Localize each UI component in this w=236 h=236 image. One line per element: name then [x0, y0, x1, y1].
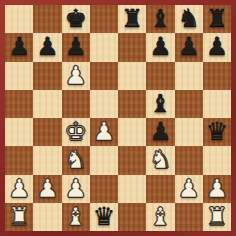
square-g6[interactable]: [175, 62, 203, 90]
square-d7[interactable]: [90, 33, 118, 61]
square-e4[interactable]: [118, 118, 146, 146]
piece-white-king-c4[interactable]: ♚: [64, 118, 86, 146]
square-h1[interactable]: ♜: [203, 203, 231, 231]
piece-white-pawn-h2[interactable]: ♟: [206, 175, 228, 203]
piece-white-knight-c3[interactable]: ♞: [64, 146, 86, 174]
square-a3[interactable]: [5, 146, 33, 174]
piece-white-pawn-d4[interactable]: ♟: [93, 118, 115, 146]
piece-white-pawn-b2[interactable]: ♟: [36, 175, 58, 203]
piece-black-pawn-a7[interactable]: ♟: [8, 33, 30, 61]
square-f7[interactable]: ♟: [146, 33, 174, 61]
square-f2[interactable]: [146, 175, 174, 203]
square-e1[interactable]: [118, 203, 146, 231]
piece-black-knight-g8[interactable]: ♞: [177, 5, 199, 33]
piece-black-king-c8[interactable]: ♚: [64, 5, 86, 33]
piece-black-rook-e8[interactable]: ♜: [121, 5, 143, 33]
square-c2[interactable]: ♟: [62, 175, 90, 203]
square-h6[interactable]: [203, 62, 231, 90]
piece-black-rook-h8[interactable]: ♜: [206, 5, 228, 33]
square-c4[interactable]: ♚: [62, 118, 90, 146]
square-d2[interactable]: [90, 175, 118, 203]
square-a2[interactable]: ♟: [5, 175, 33, 203]
chess-board: ♚♜♝♞♜♟♟♟♟♟♟♟♝♚♟♟♛♞♞♟♟♟♟♟♜♝♛♝♜: [5, 5, 231, 231]
square-d4[interactable]: ♟: [90, 118, 118, 146]
square-c7[interactable]: ♟: [62, 33, 90, 61]
piece-white-knight-f3[interactable]: ♞: [149, 146, 171, 174]
piece-white-rook-h1[interactable]: ♜: [206, 203, 228, 231]
square-h5[interactable]: [203, 90, 231, 118]
square-a6[interactable]: [5, 62, 33, 90]
piece-black-pawn-c7[interactable]: ♟: [64, 33, 86, 61]
square-g8[interactable]: ♞: [175, 5, 203, 33]
square-a7[interactable]: ♟: [5, 33, 33, 61]
square-f8[interactable]: ♝: [146, 5, 174, 33]
square-e3[interactable]: [118, 146, 146, 174]
square-f1[interactable]: ♝: [146, 203, 174, 231]
chess-board-frame: ♚♜♝♞♜♟♟♟♟♟♟♟♝♚♟♟♛♞♞♟♟♟♟♟♜♝♛♝♜: [0, 0, 236, 236]
square-c5[interactable]: [62, 90, 90, 118]
square-c3[interactable]: ♞: [62, 146, 90, 174]
square-d1[interactable]: ♛: [90, 203, 118, 231]
square-d5[interactable]: [90, 90, 118, 118]
square-e6[interactable]: [118, 62, 146, 90]
piece-white-bishop-f1[interactable]: ♝: [149, 203, 171, 231]
square-b4[interactable]: [33, 118, 61, 146]
square-a8[interactable]: [5, 5, 33, 33]
square-a1[interactable]: ♜: [5, 203, 33, 231]
square-f4[interactable]: ♟: [146, 118, 174, 146]
piece-black-bishop-f8[interactable]: ♝: [149, 5, 171, 33]
square-a4[interactable]: [5, 118, 33, 146]
square-c8[interactable]: ♚: [62, 5, 90, 33]
piece-black-queen-h4[interactable]: ♛: [206, 118, 228, 146]
square-h4[interactable]: ♛: [203, 118, 231, 146]
square-a5[interactable]: [5, 90, 33, 118]
square-b5[interactable]: [33, 90, 61, 118]
piece-white-pawn-c2[interactable]: ♟: [64, 175, 86, 203]
square-d8[interactable]: [90, 5, 118, 33]
square-b7[interactable]: ♟: [33, 33, 61, 61]
piece-black-pawn-f7[interactable]: ♟: [149, 33, 171, 61]
square-d6[interactable]: [90, 62, 118, 90]
square-e5[interactable]: [118, 90, 146, 118]
square-h2[interactable]: ♟: [203, 175, 231, 203]
square-h8[interactable]: ♜: [203, 5, 231, 33]
square-e2[interactable]: [118, 175, 146, 203]
square-g4[interactable]: [175, 118, 203, 146]
square-b3[interactable]: [33, 146, 61, 174]
piece-black-bishop-f5[interactable]: ♝: [149, 90, 171, 118]
square-f6[interactable]: [146, 62, 174, 90]
piece-white-pawn-g2[interactable]: ♟: [177, 175, 199, 203]
piece-white-rook-a1[interactable]: ♜: [8, 203, 30, 231]
square-b6[interactable]: [33, 62, 61, 90]
square-e8[interactable]: ♜: [118, 5, 146, 33]
piece-black-pawn-g7[interactable]: ♟: [177, 33, 199, 61]
piece-white-bishop-c1[interactable]: ♝: [64, 203, 86, 231]
square-h7[interactable]: ♟: [203, 33, 231, 61]
square-b2[interactable]: ♟: [33, 175, 61, 203]
square-g2[interactable]: ♟: [175, 175, 203, 203]
square-g5[interactable]: [175, 90, 203, 118]
square-g3[interactable]: [175, 146, 203, 174]
square-h3[interactable]: [203, 146, 231, 174]
square-c6[interactable]: ♟: [62, 62, 90, 90]
square-c1[interactable]: ♝: [62, 203, 90, 231]
piece-black-pawn-b7[interactable]: ♟: [36, 33, 58, 61]
piece-black-pawn-h7[interactable]: ♟: [206, 33, 228, 61]
square-g1[interactable]: [175, 203, 203, 231]
square-d3[interactable]: [90, 146, 118, 174]
piece-black-pawn-f4[interactable]: ♟: [149, 118, 171, 146]
piece-white-pawn-c6[interactable]: ♟: [64, 62, 86, 90]
square-e7[interactable]: [118, 33, 146, 61]
square-b1[interactable]: [33, 203, 61, 231]
square-b8[interactable]: [33, 5, 61, 33]
square-f3[interactable]: ♞: [146, 146, 174, 174]
piece-white-pawn-a2[interactable]: ♟: [8, 175, 30, 203]
square-g7[interactable]: ♟: [175, 33, 203, 61]
square-f5[interactable]: ♝: [146, 90, 174, 118]
piece-black-queen-d1[interactable]: ♛: [93, 203, 115, 231]
